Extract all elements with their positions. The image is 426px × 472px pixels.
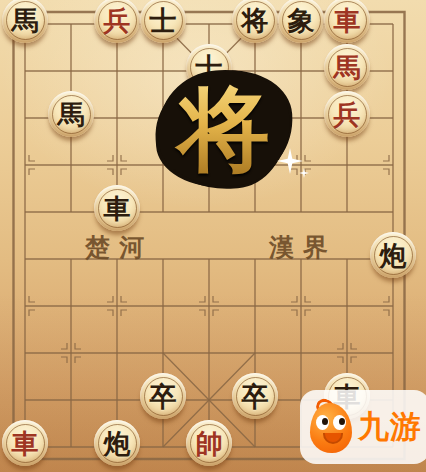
piece-black-pawn[interactable]: 卒 (140, 377, 186, 424)
piece-black-advisor[interactable]: 士 (186, 48, 232, 95)
piece-black-elephant[interactable]: 象 (278, 1, 324, 48)
piece-red-pawn[interactable]: 兵 (324, 95, 370, 142)
piece-black-pawn[interactable]: 卒 (232, 377, 278, 424)
jiuyou-watermark: 九游 (300, 390, 426, 464)
piece-black-cannon[interactable]: 炮 (94, 424, 140, 471)
piece-red-horse[interactable]: 馬 (324, 48, 370, 95)
xiangqi-screenshot: 楚河 漢界 馬兵士将象車士馬馬兵車炮卒卒車車炮帥 将 九游 (0, 0, 426, 472)
watermark-brand-text: 九游 (358, 406, 422, 448)
piece-black-horse[interactable]: 馬 (2, 1, 48, 48)
jiuyou-mascot-icon (310, 401, 352, 453)
piece-red-pawn[interactable]: 兵 (94, 1, 140, 48)
piece-red-chariot[interactable]: 車 (2, 424, 48, 471)
mascot-body (310, 403, 352, 453)
mascot-eye (333, 415, 346, 430)
piece-black-horse[interactable]: 馬 (48, 95, 94, 142)
piece-red-general[interactable]: 帥 (186, 424, 232, 471)
piece-red-chariot[interactable]: 車 (324, 1, 370, 48)
piece-black-general[interactable]: 将 (232, 1, 278, 48)
piece-black-cannon[interactable]: 炮 (370, 236, 416, 283)
mascot-eye (316, 415, 329, 430)
piece-black-chariot[interactable]: 車 (94, 189, 140, 236)
piece-black-advisor[interactable]: 士 (140, 1, 186, 48)
